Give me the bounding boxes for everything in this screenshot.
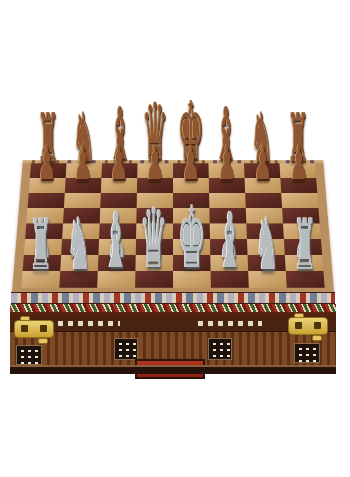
left-latch-icon[interactable]: [14, 316, 54, 344]
piece-silver-rook[interactable]: ♜: [26, 247, 56, 280]
dash-inlay-right: [198, 321, 262, 326]
piece-silver-bishop[interactable]: ♝: [100, 244, 132, 280]
piece-copper-pawn[interactable]: ♟: [107, 159, 131, 186]
piece-copper-pawn[interactable]: ♟: [71, 159, 95, 186]
stripe-ribbon-inlay: [10, 304, 336, 312]
piece-silver-queen[interactable]: ♛: [137, 241, 172, 280]
piece-silver-king[interactable]: ♚: [174, 240, 210, 280]
latch-tab: [38, 338, 48, 344]
piece-copper-pawn[interactable]: ♟: [287, 159, 311, 186]
latch-slot: [295, 322, 302, 329]
star-mosaic-square: [16, 345, 42, 365]
piece-silver-bishop[interactable]: ♝: [214, 244, 246, 280]
product-photo: ♜♞♝♛♚♝♞♜♟♟♟♟♟♟♟♟♟♟♟♟♟♟♟♟♜♞♝♛♚♝♞♜: [0, 0, 350, 477]
latch-slot: [40, 325, 47, 332]
star-mosaic-square: [294, 343, 320, 363]
mosaic-inlay-border: [11, 292, 335, 304]
piece-copper-pawn[interactable]: ♟: [35, 159, 59, 186]
latch-body: [14, 320, 54, 338]
piece-copper-pawn[interactable]: ♟: [179, 159, 203, 186]
box-base-band: [10, 365, 336, 374]
latch-tab: [312, 335, 322, 341]
star-mosaic-square: [114, 338, 138, 360]
piece-silver-knight[interactable]: ♞: [63, 246, 93, 280]
dash-inlay-left: [58, 321, 120, 326]
latch-slot: [314, 322, 321, 329]
piece-silver-rook[interactable]: ♜: [290, 247, 320, 280]
star-mosaic-square: [208, 338, 232, 360]
piece-silver-knight[interactable]: ♞: [252, 246, 282, 280]
latch-body: [288, 317, 328, 335]
latch-slot: [21, 325, 28, 332]
piece-copper-pawn[interactable]: ♟: [215, 159, 239, 186]
piece-copper-pawn[interactable]: ♟: [251, 159, 275, 186]
piece-copper-pawn[interactable]: ♟: [143, 159, 167, 186]
right-latch-icon[interactable]: [288, 313, 328, 341]
